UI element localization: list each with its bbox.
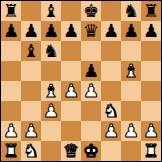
piece-white-king[interactable]: ♚ [83, 141, 99, 161]
piece-black-bishop[interactable]: ♝ [23, 41, 39, 61]
piece-black-pawn[interactable]: ♟ [63, 21, 79, 41]
square-b1[interactable]: ♞ [21, 141, 41, 161]
square-c7[interactable]: ♟ [41, 21, 61, 41]
square-d7[interactable]: ♟ [61, 21, 81, 41]
square-a2[interactable]: ♟ [1, 121, 21, 141]
square-f7[interactable]: ♟ [101, 21, 121, 41]
square-a8[interactable]: ♜ [1, 1, 21, 21]
square-c8[interactable]: ♝ [41, 1, 61, 21]
piece-black-knight[interactable]: ♞ [123, 1, 139, 21]
square-d2[interactable] [61, 121, 81, 141]
square-e7[interactable]: ♛ [81, 21, 101, 41]
square-g3[interactable] [121, 101, 141, 121]
piece-black-rook[interactable]: ♜ [3, 1, 19, 21]
piece-black-bishop[interactable]: ♝ [43, 1, 59, 21]
piece-white-pawn[interactable]: ♟ [143, 121, 159, 141]
chess-board: ♜♝♚♞♜♟♟♟♟♛♟♟♟♝♞♟♝♝♟♟♟♞♟♟♟♟♟♜♞♛♚♜ [0, 0, 162, 162]
square-a1[interactable]: ♜ [1, 141, 21, 161]
square-c5[interactable] [41, 61, 61, 81]
square-g5[interactable]: ♝ [121, 61, 141, 81]
piece-white-pawn[interactable]: ♟ [123, 121, 139, 141]
piece-black-pawn[interactable]: ♟ [143, 21, 159, 41]
square-h8[interactable]: ♜ [141, 1, 161, 21]
square-a3[interactable] [1, 101, 21, 121]
piece-black-pawn[interactable]: ♟ [83, 61, 99, 81]
square-e1[interactable]: ♚ [81, 141, 101, 161]
square-a6[interactable] [1, 41, 21, 61]
square-e4[interactable]: ♟ [81, 81, 101, 101]
piece-white-knight[interactable]: ♞ [23, 141, 39, 161]
square-c4[interactable]: ♝ [41, 81, 61, 101]
square-f8[interactable] [101, 1, 121, 21]
piece-black-knight[interactable]: ♞ [43, 41, 59, 61]
piece-white-bishop[interactable]: ♝ [123, 61, 139, 81]
square-b3[interactable] [21, 101, 41, 121]
piece-white-queen[interactable]: ♛ [63, 141, 79, 161]
piece-white-rook[interactable]: ♜ [143, 141, 159, 161]
square-b8[interactable] [21, 1, 41, 21]
square-f2[interactable]: ♟ [101, 121, 121, 141]
square-d8[interactable] [61, 1, 81, 21]
square-c1[interactable] [41, 141, 61, 161]
square-b4[interactable] [21, 81, 41, 101]
square-d3[interactable] [61, 101, 81, 121]
square-g8[interactable]: ♞ [121, 1, 141, 21]
square-g7[interactable]: ♟ [121, 21, 141, 41]
square-g4[interactable] [121, 81, 141, 101]
piece-white-pawn[interactable]: ♟ [83, 81, 99, 101]
square-e8[interactable]: ♚ [81, 1, 101, 21]
piece-white-pawn[interactable]: ♟ [3, 121, 19, 141]
piece-white-rook[interactable]: ♜ [3, 141, 19, 161]
piece-black-king[interactable]: ♚ [83, 1, 99, 21]
piece-black-rook[interactable]: ♜ [143, 1, 159, 21]
square-d5[interactable] [61, 61, 81, 81]
piece-black-pawn[interactable]: ♟ [23, 21, 39, 41]
square-c3[interactable]: ♟ [41, 101, 61, 121]
piece-white-knight[interactable]: ♞ [103, 101, 119, 121]
square-b7[interactable]: ♟ [21, 21, 41, 41]
piece-white-pawn[interactable]: ♟ [63, 81, 79, 101]
square-g6[interactable] [121, 41, 141, 61]
square-f4[interactable] [101, 81, 121, 101]
piece-black-pawn[interactable]: ♟ [43, 21, 59, 41]
square-h2[interactable]: ♟ [141, 121, 161, 141]
square-h4[interactable] [141, 81, 161, 101]
square-e2[interactable] [81, 121, 101, 141]
square-b5[interactable] [21, 61, 41, 81]
square-d1[interactable]: ♛ [61, 141, 81, 161]
piece-black-pawn[interactable]: ♟ [3, 21, 19, 41]
square-d6[interactable] [61, 41, 81, 61]
square-h6[interactable] [141, 41, 161, 61]
square-b2[interactable]: ♟ [21, 121, 41, 141]
square-b6[interactable]: ♝ [21, 41, 41, 61]
square-h1[interactable]: ♜ [141, 141, 161, 161]
square-a5[interactable] [1, 61, 21, 81]
piece-black-queen[interactable]: ♛ [83, 21, 99, 41]
piece-black-pawn[interactable]: ♟ [103, 21, 119, 41]
square-f3[interactable]: ♞ [101, 101, 121, 121]
square-a4[interactable] [1, 81, 21, 101]
square-f5[interactable] [101, 61, 121, 81]
square-h3[interactable] [141, 101, 161, 121]
square-g2[interactable]: ♟ [121, 121, 141, 141]
square-h5[interactable] [141, 61, 161, 81]
square-a7[interactable]: ♟ [1, 21, 21, 41]
piece-white-pawn[interactable]: ♟ [23, 121, 39, 141]
square-f6[interactable] [101, 41, 121, 61]
square-d4[interactable]: ♟ [61, 81, 81, 101]
square-h7[interactable]: ♟ [141, 21, 161, 41]
piece-white-bishop[interactable]: ♝ [43, 81, 59, 101]
piece-white-pawn[interactable]: ♟ [103, 121, 119, 141]
piece-black-pawn[interactable]: ♟ [123, 21, 139, 41]
piece-white-pawn[interactable]: ♟ [43, 101, 59, 121]
square-e6[interactable] [81, 41, 101, 61]
square-f1[interactable] [101, 141, 121, 161]
square-c6[interactable]: ♞ [41, 41, 61, 61]
square-g1[interactable] [121, 141, 141, 161]
square-e3[interactable] [81, 101, 101, 121]
square-c2[interactable] [41, 121, 61, 141]
square-e5[interactable]: ♟ [81, 61, 101, 81]
